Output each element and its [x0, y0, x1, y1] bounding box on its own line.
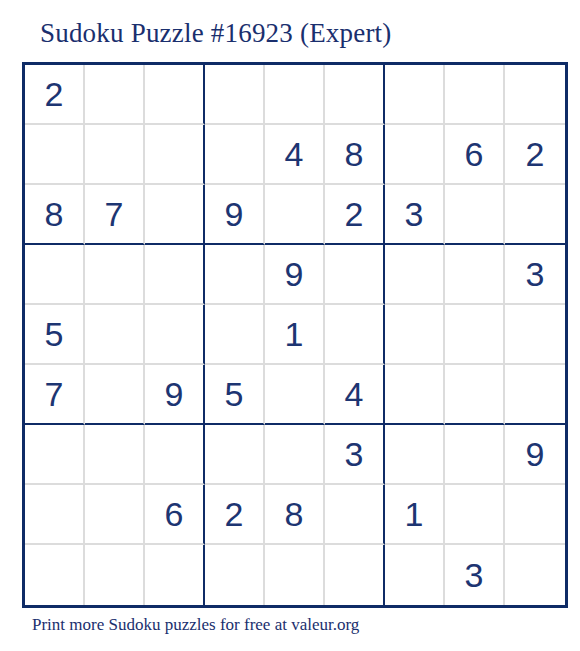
cell-r1c8	[445, 65, 505, 125]
cell-r3c3	[145, 185, 205, 245]
cell-r9c8: 3	[445, 545, 505, 605]
cell-r3c1: 8	[25, 185, 85, 245]
cell-r8c4: 2	[205, 485, 265, 545]
cell-r2c6: 8	[325, 125, 385, 185]
cell-r7c3	[145, 425, 205, 485]
cell-r5c4	[205, 305, 265, 365]
sudoku-page: Sudoku Puzzle #16923 (Expert) 2486287923…	[0, 0, 580, 651]
cell-r9c5	[265, 545, 325, 605]
cell-r5c5: 1	[265, 305, 325, 365]
cell-r8c7: 1	[385, 485, 445, 545]
cell-r7c7	[385, 425, 445, 485]
cell-r3c5	[265, 185, 325, 245]
cell-r7c8	[445, 425, 505, 485]
cell-r1c5	[265, 65, 325, 125]
cell-r6c8	[445, 365, 505, 425]
cell-r5c1: 5	[25, 305, 85, 365]
cell-r6c7	[385, 365, 445, 425]
cell-r4c9: 3	[505, 245, 565, 305]
cell-r4c4	[205, 245, 265, 305]
cell-r1c2	[85, 65, 145, 125]
cell-r6c5	[265, 365, 325, 425]
cell-r9c1	[25, 545, 85, 605]
page-title: Sudoku Puzzle #16923 (Expert)	[40, 18, 392, 49]
cell-r8c9	[505, 485, 565, 545]
cell-r4c1	[25, 245, 85, 305]
cell-r3c7: 3	[385, 185, 445, 245]
cell-r4c7	[385, 245, 445, 305]
cell-r2c5: 4	[265, 125, 325, 185]
cell-r2c1	[25, 125, 85, 185]
cell-r2c4	[205, 125, 265, 185]
cell-r9c4	[205, 545, 265, 605]
cell-r7c1	[25, 425, 85, 485]
cell-r1c6	[325, 65, 385, 125]
cell-r5c7	[385, 305, 445, 365]
cell-r8c6	[325, 485, 385, 545]
cell-r2c3	[145, 125, 205, 185]
cell-r3c8	[445, 185, 505, 245]
cell-r4c3	[145, 245, 205, 305]
cell-r7c2	[85, 425, 145, 485]
cell-r9c9	[505, 545, 565, 605]
cell-r2c9: 2	[505, 125, 565, 185]
cell-r3c9	[505, 185, 565, 245]
cell-r4c6	[325, 245, 385, 305]
cell-r6c2	[85, 365, 145, 425]
cell-r5c2	[85, 305, 145, 365]
cell-r8c2	[85, 485, 145, 545]
cell-r6c9	[505, 365, 565, 425]
cell-r6c4: 5	[205, 365, 265, 425]
cell-r1c1: 2	[25, 65, 85, 125]
cell-r1c9	[505, 65, 565, 125]
sudoku-board: 2486287923935179543962813	[22, 62, 568, 608]
footer-text: Print more Sudoku puzzles for free at va…	[32, 615, 359, 635]
cell-r5c6	[325, 305, 385, 365]
cell-r1c4	[205, 65, 265, 125]
cell-r8c1	[25, 485, 85, 545]
cell-r4c8	[445, 245, 505, 305]
cell-r3c4: 9	[205, 185, 265, 245]
cell-r2c8: 6	[445, 125, 505, 185]
cell-r5c9	[505, 305, 565, 365]
cell-r5c8	[445, 305, 505, 365]
cell-r7c9: 9	[505, 425, 565, 485]
cell-r7c5	[265, 425, 325, 485]
cell-r3c2: 7	[85, 185, 145, 245]
cell-r7c6: 3	[325, 425, 385, 485]
cell-r9c6	[325, 545, 385, 605]
cell-r6c6: 4	[325, 365, 385, 425]
cell-r1c3	[145, 65, 205, 125]
cell-r9c2	[85, 545, 145, 605]
cell-r8c5: 8	[265, 485, 325, 545]
cell-r8c8	[445, 485, 505, 545]
cell-r2c7	[385, 125, 445, 185]
cell-r8c3: 6	[145, 485, 205, 545]
cell-r7c4	[205, 425, 265, 485]
cell-r4c2	[85, 245, 145, 305]
cell-r9c3	[145, 545, 205, 605]
cell-r6c1: 7	[25, 365, 85, 425]
cell-r3c6: 2	[325, 185, 385, 245]
cell-r9c7	[385, 545, 445, 605]
cell-r1c7	[385, 65, 445, 125]
cell-r5c3	[145, 305, 205, 365]
cell-r4c5: 9	[265, 245, 325, 305]
cell-r6c3: 9	[145, 365, 205, 425]
cell-r2c2	[85, 125, 145, 185]
